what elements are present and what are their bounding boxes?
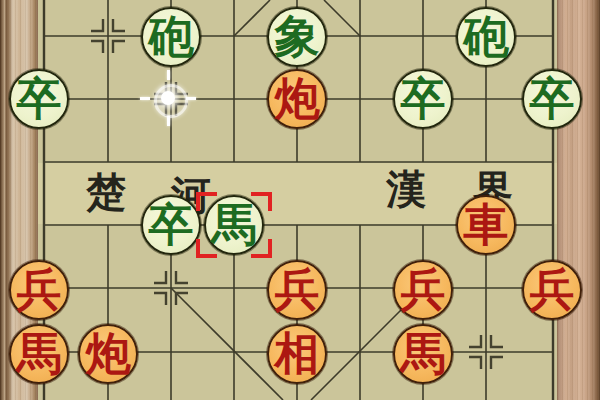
cursor-tick-north bbox=[167, 70, 170, 80]
piece-green-cannon-c2r2[interactable]: 砲 bbox=[141, 7, 201, 67]
cursor-tick-west bbox=[140, 97, 150, 100]
piece-red-soldier-c4r6[interactable]: 兵 bbox=[267, 260, 327, 320]
piece-red-horse-c0r7[interactable]: 馬 bbox=[9, 324, 69, 384]
cursor-tick-south bbox=[167, 116, 170, 126]
piece-green-soldier-c2r5[interactable]: 卒 bbox=[141, 195, 201, 255]
piece-red-cannon-c1r7[interactable]: 炮 bbox=[78, 324, 138, 384]
cursor-tick-east bbox=[186, 97, 196, 100]
piece-red-cannon-c4r3[interactable]: 炮 bbox=[267, 69, 327, 129]
piece-red-soldier-c8r6[interactable]: 兵 bbox=[522, 260, 582, 320]
piece-green-cannon-c7r2[interactable]: 砲 bbox=[456, 7, 516, 67]
piece-green-soldier-c8r3[interactable]: 卒 bbox=[522, 69, 582, 129]
piece-green-soldier-c6r3[interactable]: 卒 bbox=[393, 69, 453, 129]
piece-green-soldier-c0r3[interactable]: 卒 bbox=[9, 69, 69, 129]
piece-red-horse-c6r7[interactable]: 馬 bbox=[393, 324, 453, 384]
cursor-dot bbox=[161, 91, 175, 105]
piece-red-soldier-c6r6[interactable]: 兵 bbox=[393, 260, 453, 320]
piece-red-elephant-c4r7[interactable]: 相 bbox=[267, 324, 327, 384]
piece-green-elephant-c4r2[interactable]: 象 bbox=[267, 7, 327, 67]
piece-red-chariot-c7r5[interactable]: 車 bbox=[456, 195, 516, 255]
river-text-han: 漢 bbox=[384, 168, 428, 212]
xiangqi-video-frame: 楚 河 漢 界 砲象砲卒卒卒卒馬炮車兵兵兵兵馬炮相馬 bbox=[0, 0, 600, 400]
river-text-chu: 楚 bbox=[84, 171, 128, 215]
piece-red-soldier-c0r6[interactable]: 兵 bbox=[9, 260, 69, 320]
piece-green-horse-c3r5[interactable]: 馬 bbox=[204, 195, 264, 255]
